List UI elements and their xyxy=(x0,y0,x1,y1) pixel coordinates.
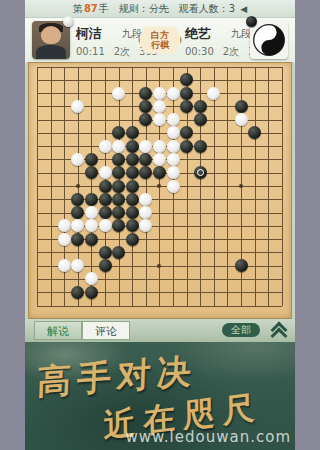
white-stone xyxy=(153,140,166,153)
right-player-avatar[interactable] xyxy=(250,21,288,59)
black-stone-badge xyxy=(246,16,257,27)
grid-line-h xyxy=(37,279,282,280)
black-stone xyxy=(194,113,207,126)
black-stone xyxy=(126,219,139,232)
white-stone xyxy=(167,126,180,139)
white-stone xyxy=(167,180,180,193)
white-stone xyxy=(58,259,71,272)
black-stone xyxy=(85,286,98,299)
black-stone xyxy=(99,246,112,259)
black-stone xyxy=(99,180,112,193)
white-stone xyxy=(58,219,71,232)
filter-all-button[interactable]: 全部 xyxy=(222,323,260,337)
move-counter: 第87手 xyxy=(73,2,109,16)
black-stone xyxy=(126,233,139,246)
avatar-body xyxy=(36,45,66,59)
black-stone xyxy=(112,246,125,259)
black-stone xyxy=(112,180,125,193)
turn-indicator-badge: 白方行棋 xyxy=(138,23,182,57)
move-number: 87 xyxy=(84,3,98,14)
rules-label: 规则：分先 xyxy=(119,2,169,16)
watermark-text: www.ledouwan.com xyxy=(125,428,291,446)
white-stone xyxy=(85,206,98,219)
white-stone xyxy=(167,113,180,126)
grid-line-h xyxy=(37,306,282,307)
left-periods: 2次 xyxy=(114,46,130,57)
taiji-yin-yang-icon xyxy=(252,23,286,57)
bottom-tab-bar: 解说 评论 全部 xyxy=(25,319,295,342)
white-stone xyxy=(167,153,180,166)
black-stone xyxy=(85,233,98,246)
black-stone xyxy=(71,286,84,299)
grid-line-v xyxy=(255,67,256,306)
avatar-face xyxy=(41,26,61,44)
left-player-avatar[interactable] xyxy=(32,21,70,59)
black-stone xyxy=(180,100,193,113)
black-stone xyxy=(194,140,207,153)
promo-banner[interactable]: 高手对决 近在咫尺 www.ledouwan.com xyxy=(25,342,295,450)
grid-line-h xyxy=(37,252,282,253)
white-stone xyxy=(153,153,166,166)
black-stone xyxy=(99,259,112,272)
grid-line-v xyxy=(227,67,228,306)
white-stone xyxy=(235,113,248,126)
grid-line-v xyxy=(268,67,269,306)
black-stone xyxy=(235,100,248,113)
white-stone xyxy=(207,87,220,100)
player-bar: 柯洁 九段 00:112次30s 白方行棋 绝艺 九段 00:302次30s xyxy=(25,18,295,63)
black-stone xyxy=(194,100,207,113)
white-stone xyxy=(99,140,112,153)
tab-commentary[interactable]: 解说 xyxy=(34,321,82,340)
black-stone xyxy=(126,193,139,206)
white-stone-badge xyxy=(63,16,74,27)
white-stone xyxy=(153,113,166,126)
left-main-time: 00:11 xyxy=(76,46,105,57)
white-stone xyxy=(167,166,180,179)
collapse-chevron-icon[interactable] xyxy=(269,323,287,339)
white-stone xyxy=(99,219,112,232)
white-stone xyxy=(167,87,180,100)
left-player-name: 柯洁 xyxy=(76,25,102,43)
last-move-marker xyxy=(197,169,204,176)
white-stone xyxy=(153,87,166,100)
right-player-name: 绝艺 xyxy=(185,25,211,43)
tab-comments[interactable]: 评论 xyxy=(82,321,130,340)
grid-line-v xyxy=(282,67,283,306)
star-point xyxy=(239,184,243,188)
black-stone xyxy=(126,180,139,193)
black-stone xyxy=(112,193,125,206)
black-stone xyxy=(112,153,125,166)
white-stone xyxy=(112,87,125,100)
right-periods: 2次 xyxy=(223,46,239,57)
star-point xyxy=(76,184,80,188)
black-stone xyxy=(126,140,139,153)
black-stone xyxy=(126,206,139,219)
black-stone xyxy=(139,87,152,100)
white-stone xyxy=(153,100,166,113)
white-stone xyxy=(58,233,71,246)
grid-line-v xyxy=(214,67,215,306)
black-stone xyxy=(235,259,248,272)
right-main-time: 00:30 xyxy=(185,46,214,57)
viewers-label: 观看人数：3 xyxy=(179,2,235,16)
black-stone xyxy=(126,153,139,166)
white-stone xyxy=(112,140,125,153)
status-bar: 第87手 规则：分先 观看人数：3 ◀ xyxy=(25,0,295,18)
black-stone xyxy=(180,140,193,153)
black-stone xyxy=(71,233,84,246)
right-player-rank: 九段 xyxy=(231,27,251,41)
black-stone xyxy=(99,206,112,219)
white-stone xyxy=(139,140,152,153)
announcement-speaker-icon[interactable]: ◀ xyxy=(240,4,247,14)
app-screen: 第87手 规则：分先 观看人数：3 ◀ 柯洁 九段 00:112次30s 白方行… xyxy=(25,0,295,450)
black-stone xyxy=(85,153,98,166)
white-stone xyxy=(99,166,112,179)
black-stone xyxy=(85,193,98,206)
black-stone xyxy=(99,193,112,206)
white-stone xyxy=(167,140,180,153)
black-stone xyxy=(126,166,139,179)
black-stone xyxy=(194,166,207,179)
black-stone xyxy=(180,87,193,100)
